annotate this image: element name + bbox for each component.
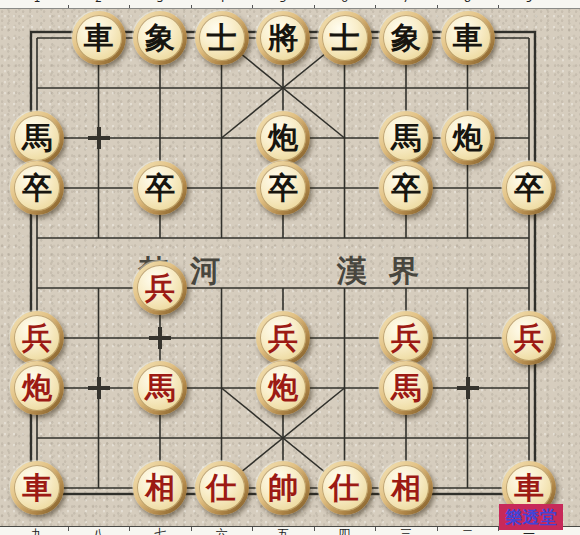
watermark-badge: 樂透堂 [499,504,563,530]
piece-black-horse-g2[interactable]: 馬 [379,111,433,165]
piece-black-soldier-c3[interactable]: 卒 [133,161,187,215]
file-label: 七 [154,528,166,535]
piece-red-soldier-e6[interactable]: 兵 [256,311,310,365]
top-coordinate-strip: 123456789 [0,0,580,9]
strip-tick [314,527,315,531]
piece-black-chariot-b0[interactable]: 車 [72,11,126,65]
piece-red-horse-g7[interactable]: 馬 [379,361,433,415]
piece-red-horse-c7[interactable]: 馬 [133,361,187,415]
piece-red-soldier-g6[interactable]: 兵 [379,311,433,365]
file-label: 九 [31,528,43,535]
piece-red-minister-c9[interactable]: 相 [133,461,187,515]
xiangqi-game-screen: 123456789 楚河 漢界 車象士將士象車馬炮馬炮卒卒卒卒卒兵兵兵兵兵炮馬炮… [0,0,580,535]
piece-black-cannon-e2[interactable]: 炮 [256,111,310,165]
piece-black-general-e0[interactable]: 將 [256,11,310,65]
file-label: 三 [400,528,412,535]
point-marker-h7 [457,377,479,399]
piece-red-advisor-f9[interactable]: 仕 [318,461,372,515]
piece-glyph: 仕 [199,465,245,511]
piece-glyph: 士 [322,15,368,61]
piece-glyph: 兵 [137,265,183,311]
piece-glyph: 馬 [383,115,429,161]
piece-red-soldier-i6[interactable]: 兵 [502,311,556,365]
piece-red-minister-g9[interactable]: 相 [379,461,433,515]
piece-black-horse-a2[interactable]: 馬 [10,111,64,165]
piece-glyph: 車 [445,15,491,61]
file-label: 5 [280,0,287,4]
piece-glyph: 兵 [506,315,552,361]
file-label: 八 [93,528,105,535]
piece-glyph: 炮 [445,115,491,161]
piece-black-elephant-g0[interactable]: 象 [379,11,433,65]
piece-glyph: 帥 [260,465,306,511]
strip-tick [252,5,253,8]
piece-black-soldier-a3[interactable]: 卒 [10,161,64,215]
xiangqi-board[interactable]: 楚河 漢界 車象士將士象車馬炮馬炮卒卒卒卒卒兵兵兵兵兵炮馬炮馬車相仕帥仕相車 [0,8,580,526]
piece-glyph: 炮 [260,365,306,411]
strip-tick [129,527,130,531]
piece-black-soldier-i3[interactable]: 卒 [502,161,556,215]
file-label: 8 [464,0,471,4]
piece-glyph: 象 [137,15,183,61]
piece-glyph: 車 [14,465,60,511]
strip-tick [68,527,69,531]
piece-red-general-e9[interactable]: 帥 [256,461,310,515]
strip-tick [375,527,376,531]
file-label: 9 [526,0,533,4]
piece-glyph: 兵 [14,315,60,361]
point-marker-b2 [88,127,110,149]
piece-glyph: 炮 [14,365,60,411]
piece-red-chariot-a9[interactable]: 車 [10,461,64,515]
piece-red-cannon-e7[interactable]: 炮 [256,361,310,415]
piece-glyph: 兵 [260,315,306,361]
piece-black-cannon-h2[interactable]: 炮 [441,111,495,165]
bottom-coordinate-strip: 九八七六五四三二一 [0,526,580,535]
file-label: 二 [462,528,474,535]
strip-tick [314,5,315,8]
file-label: 2 [95,0,102,4]
piece-glyph: 相 [383,465,429,511]
piece-glyph: 相 [137,465,183,511]
piece-glyph: 卒 [383,165,429,211]
piece-glyph: 象 [383,15,429,61]
file-label: 3 [157,0,164,4]
file-label: 五 [277,528,289,535]
piece-glyph: 炮 [260,115,306,161]
strip-tick [498,5,499,8]
piece-black-advisor-d0[interactable]: 士 [195,11,249,65]
piece-red-soldier-a6[interactable]: 兵 [10,311,64,365]
piece-red-soldier-c5[interactable]: 兵 [133,261,187,315]
file-label: 1 [34,0,41,4]
piece-glyph: 仕 [322,465,368,511]
strip-tick [68,5,69,8]
file-label: 6 [341,0,348,4]
strip-tick [129,5,130,8]
piece-black-chariot-h0[interactable]: 車 [441,11,495,65]
file-label: 六 [216,528,228,535]
board-grid-lines [0,8,580,535]
file-label: 4 [218,0,225,4]
strip-tick [437,5,438,8]
file-label: 7 [403,0,410,4]
piece-glyph: 馬 [383,365,429,411]
piece-red-cannon-a7[interactable]: 炮 [10,361,64,415]
piece-glyph: 馬 [14,115,60,161]
piece-black-advisor-f0[interactable]: 士 [318,11,372,65]
piece-glyph: 卒 [260,165,306,211]
strip-tick [437,527,438,531]
piece-glyph: 兵 [383,315,429,361]
piece-glyph: 將 [260,15,306,61]
piece-glyph: 卒 [506,165,552,211]
piece-glyph: 卒 [14,165,60,211]
file-label: 四 [339,528,351,535]
strip-tick [191,5,192,8]
strip-tick [252,527,253,531]
piece-black-soldier-g3[interactable]: 卒 [379,161,433,215]
strip-tick [375,5,376,8]
point-marker-c6 [149,327,171,349]
piece-glyph: 卒 [137,165,183,211]
point-marker-b7 [88,377,110,399]
piece-black-elephant-c0[interactable]: 象 [133,11,187,65]
strip-tick [191,527,192,531]
piece-glyph: 馬 [137,365,183,411]
piece-glyph: 車 [76,15,122,61]
piece-glyph: 士 [199,15,245,61]
river-label-han-border: 漢界 [337,256,441,286]
piece-red-advisor-d9[interactable]: 仕 [195,461,249,515]
piece-black-soldier-e3[interactable]: 卒 [256,161,310,215]
